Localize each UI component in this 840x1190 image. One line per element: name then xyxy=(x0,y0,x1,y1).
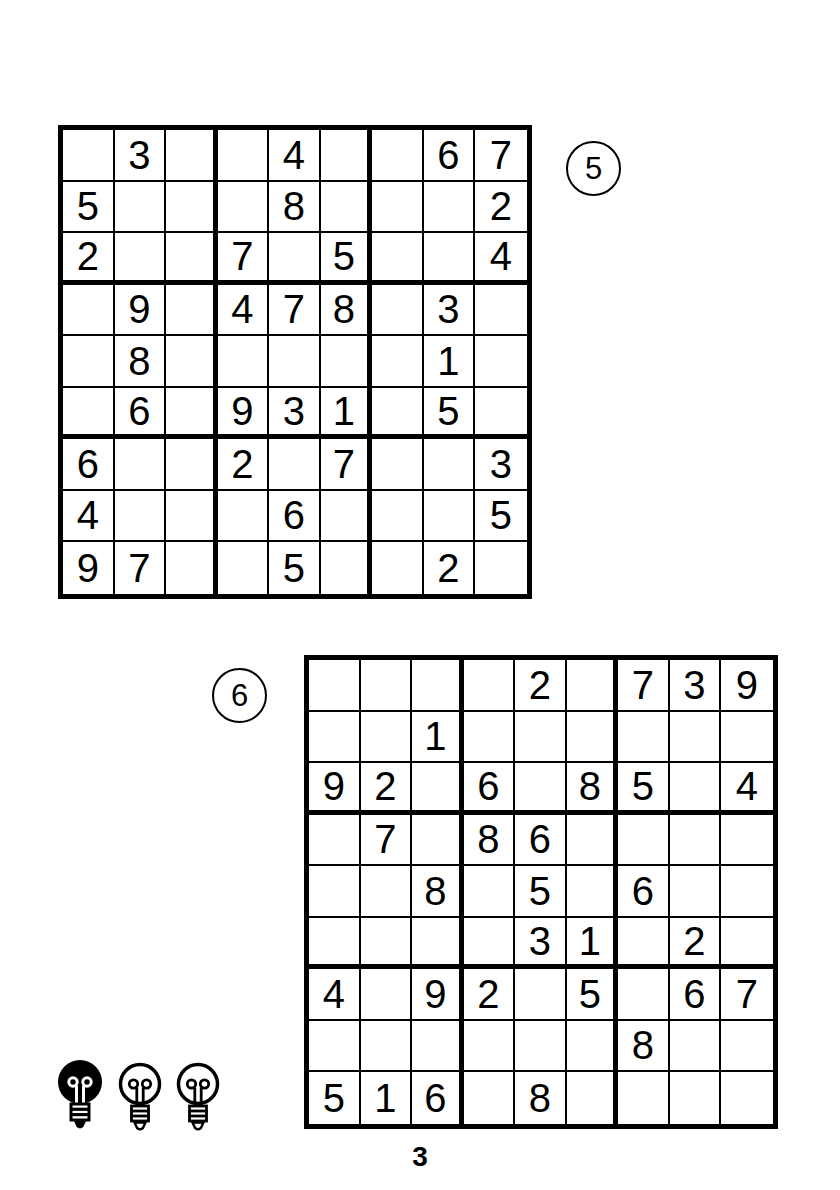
sudoku-cell-r3c3[interactable] xyxy=(166,233,218,285)
sudoku-cell-r4c9[interactable] xyxy=(721,815,773,867)
sudoku-cell-r8c1[interactable] xyxy=(309,1021,361,1073)
sudoku-cell-r5c4[interactable] xyxy=(464,866,516,918)
sudoku-cell-r5c3[interactable]: 8 xyxy=(412,866,464,918)
sudoku-cell-r1c8[interactable]: 3 xyxy=(670,660,722,712)
sudoku-cell-r7c4[interactable]: 2 xyxy=(218,439,270,491)
sudoku-cell-r9c5[interactable]: 8 xyxy=(515,1072,567,1124)
sudoku-cell-r9c7[interactable] xyxy=(618,1072,670,1124)
sudoku-cell-r8c2[interactable] xyxy=(361,1021,413,1073)
sudoku-cell-r9c9[interactable] xyxy=(721,1072,773,1124)
difficulty-rating xyxy=(55,1056,221,1132)
sudoku-cell-r7c5[interactable] xyxy=(269,439,321,491)
sudoku-cell-r4c5[interactable]: 6 xyxy=(515,815,567,867)
sudoku-cell-r7c1[interactable]: 6 xyxy=(63,439,115,491)
lightbulb-outline-icon xyxy=(117,1060,163,1132)
puzzle-number-6: 6 xyxy=(231,678,248,714)
sudoku-cell-r3c4[interactable]: 6 xyxy=(464,763,516,815)
sudoku-cell-r1c7[interactable]: 7 xyxy=(618,660,670,712)
sudoku-cell-r8c5[interactable]: 6 xyxy=(269,491,321,543)
sudoku-cell-r1c1[interactable] xyxy=(63,130,115,182)
sudoku-cell-r2c5[interactable]: 8 xyxy=(269,182,321,234)
sudoku-cell-r1c4[interactable] xyxy=(464,660,516,712)
sudoku-cell-r6c3[interactable] xyxy=(166,388,218,440)
sudoku-cell-r6c6[interactable]: 1 xyxy=(321,388,373,440)
sudoku-cell-r8c9[interactable]: 5 xyxy=(475,491,527,543)
sudoku-cell-r9c2[interactable]: 1 xyxy=(361,1072,413,1124)
sudoku-cell-r4c1[interactable] xyxy=(63,285,115,337)
sudoku-cell-r5c2[interactable]: 8 xyxy=(115,336,167,388)
sudoku-cell-r8c6[interactable] xyxy=(567,1021,619,1073)
sudoku-cell-r1c4[interactable] xyxy=(218,130,270,182)
sudoku-cell-r7c9[interactable]: 3 xyxy=(475,439,527,491)
sudoku-cell-r1c5[interactable]: 4 xyxy=(269,130,321,182)
sudoku-cell-r5c5[interactable]: 5 xyxy=(515,866,567,918)
sudoku-cell-r4c3[interactable] xyxy=(412,815,464,867)
sudoku-cell-r6c8[interactable]: 2 xyxy=(670,918,722,970)
sudoku-cell-r4c9[interactable] xyxy=(475,285,527,337)
sudoku-cell-r2c9[interactable]: 2 xyxy=(475,182,527,234)
sudoku-cell-r3c9[interactable]: 4 xyxy=(475,233,527,285)
sudoku-cell-r5c2[interactable] xyxy=(361,866,413,918)
sudoku-cell-r7c1[interactable]: 4 xyxy=(309,969,361,1021)
sudoku-cell-r8c8[interactable] xyxy=(424,491,476,543)
sudoku-cell-r9c5[interactable]: 5 xyxy=(269,542,321,594)
sudoku-cell-r7c6[interactable]: 5 xyxy=(567,969,619,1021)
sudoku-cell-r1c3[interactable] xyxy=(412,660,464,712)
puzzle-number-5: 5 xyxy=(585,151,602,187)
sudoku-cell-r9c1[interactable]: 5 xyxy=(309,1072,361,1124)
sudoku-cell-r5c7[interactable] xyxy=(372,336,424,388)
sudoku-cell-r9c2[interactable]: 7 xyxy=(115,542,167,594)
sudoku-grid-5: 3467582275494783816931562734659752 xyxy=(58,125,532,599)
sudoku-cell-r4c2[interactable]: 7 xyxy=(361,815,413,867)
sudoku-cell-r6c1[interactable] xyxy=(63,388,115,440)
sudoku-cell-r8c1[interactable]: 4 xyxy=(63,491,115,543)
sudoku-cell-r1c9[interactable]: 7 xyxy=(475,130,527,182)
sudoku-cell-r2c2[interactable] xyxy=(361,712,413,764)
sudoku-grid-6: 2739192685478685631249256785168 xyxy=(304,655,778,1129)
sudoku-cell-r1c7[interactable] xyxy=(372,130,424,182)
sudoku-cell-r1c5[interactable]: 2 xyxy=(515,660,567,712)
sudoku-cell-r4c6[interactable]: 8 xyxy=(321,285,373,337)
sudoku-cell-r6c2[interactable]: 6 xyxy=(115,388,167,440)
sudoku-cell-r6c1[interactable] xyxy=(309,918,361,970)
sudoku-cell-r2c4[interactable] xyxy=(218,182,270,234)
sudoku-cell-r7c5[interactable] xyxy=(515,969,567,1021)
sudoku-cell-r5c1[interactable] xyxy=(309,866,361,918)
sudoku-cell-r7c2[interactable] xyxy=(115,439,167,491)
sudoku-cell-r4c6[interactable] xyxy=(567,815,619,867)
sudoku-cell-r8c6[interactable] xyxy=(321,491,373,543)
sudoku-cell-r6c4[interactable] xyxy=(464,918,516,970)
sudoku-cell-r2c8[interactable] xyxy=(670,712,722,764)
sudoku-cell-r4c1[interactable] xyxy=(309,815,361,867)
sudoku-cell-r1c6[interactable] xyxy=(321,130,373,182)
sudoku-cell-r6c5[interactable]: 3 xyxy=(515,918,567,970)
sudoku-cell-r4c8[interactable] xyxy=(670,815,722,867)
sudoku-cell-r2c1[interactable] xyxy=(309,712,361,764)
sudoku-cell-r5c4[interactable] xyxy=(218,336,270,388)
sudoku-cell-r8c4[interactable] xyxy=(464,1021,516,1073)
sudoku-cell-r1c2[interactable] xyxy=(361,660,413,712)
sudoku-cell-r1c8[interactable]: 6 xyxy=(424,130,476,182)
sudoku-cell-r4c7[interactable] xyxy=(372,285,424,337)
sudoku-cell-r3c7[interactable]: 5 xyxy=(618,763,670,815)
sudoku-cell-r7c9[interactable]: 7 xyxy=(721,969,773,1021)
sudoku-cell-r4c5[interactable]: 7 xyxy=(269,285,321,337)
sudoku-cell-r3c7[interactable] xyxy=(372,233,424,285)
sudoku-cell-r5c7[interactable]: 6 xyxy=(618,866,670,918)
sudoku-cell-r5c1[interactable] xyxy=(63,336,115,388)
sudoku-cell-r1c9[interactable]: 9 xyxy=(721,660,773,712)
sudoku-cell-r3c5[interactable] xyxy=(269,233,321,285)
sudoku-cell-r8c8[interactable] xyxy=(670,1021,722,1073)
sudoku-cell-r5c6[interactable] xyxy=(321,336,373,388)
sudoku-cell-r7c7[interactable] xyxy=(372,439,424,491)
sudoku-cell-r2c3[interactable]: 1 xyxy=(412,712,464,764)
sudoku-cell-r8c7[interactable] xyxy=(372,491,424,543)
sudoku-cell-r9c9[interactable] xyxy=(475,542,527,594)
sudoku-cell-r4c8[interactable]: 3 xyxy=(424,285,476,337)
sudoku-cell-r9c4[interactable] xyxy=(464,1072,516,1124)
sudoku-cell-r7c3[interactable]: 9 xyxy=(412,969,464,1021)
sudoku-cell-r3c9[interactable]: 4 xyxy=(721,763,773,815)
sudoku-cell-r8c5[interactable] xyxy=(515,1021,567,1073)
sudoku-cell-r2c7[interactable] xyxy=(618,712,670,764)
sudoku-cell-r4c3[interactable] xyxy=(166,285,218,337)
sudoku-cell-r6c7[interactable] xyxy=(372,388,424,440)
sudoku-cell-r5c3[interactable] xyxy=(166,336,218,388)
sudoku-cell-r7c6[interactable]: 7 xyxy=(321,439,373,491)
sudoku-cell-r3c6[interactable]: 8 xyxy=(567,763,619,815)
sudoku-cell-r9c1[interactable]: 9 xyxy=(63,542,115,594)
sudoku-cell-r8c9[interactable] xyxy=(721,1021,773,1073)
sudoku-cell-r3c6[interactable]: 5 xyxy=(321,233,373,285)
sudoku-cell-r7c8[interactable]: 6 xyxy=(670,969,722,1021)
sudoku-cell-r7c8[interactable] xyxy=(424,439,476,491)
sudoku-cell-r1c1[interactable] xyxy=(309,660,361,712)
sudoku-cell-r6c6[interactable]: 1 xyxy=(567,918,619,970)
page-number: 3 xyxy=(0,1141,840,1173)
sudoku-cell-r2c4[interactable] xyxy=(464,712,516,764)
sudoku-cell-r6c7[interactable] xyxy=(618,918,670,970)
sudoku-cell-r8c7[interactable]: 8 xyxy=(618,1021,670,1073)
sudoku-cell-r3c2[interactable]: 2 xyxy=(361,763,413,815)
sudoku-cell-r3c8[interactable] xyxy=(424,233,476,285)
sudoku-cell-r4c4[interactable]: 4 xyxy=(218,285,270,337)
sudoku-cell-r8c3[interactable] xyxy=(412,1021,464,1073)
sudoku-cell-r9c7[interactable] xyxy=(372,542,424,594)
sudoku-cell-r7c7[interactable] xyxy=(618,969,670,1021)
sudoku-cell-r3c1[interactable]: 9 xyxy=(309,763,361,815)
sudoku-cell-r2c6[interactable] xyxy=(567,712,619,764)
sudoku-cell-r9c3[interactable]: 6 xyxy=(412,1072,464,1124)
sudoku-cell-r4c2[interactable]: 9 xyxy=(115,285,167,337)
lightbulb-outline-icon xyxy=(175,1060,221,1132)
sudoku-cell-r9c6[interactable] xyxy=(567,1072,619,1124)
sudoku-cell-r5c8[interactable] xyxy=(670,866,722,918)
sudoku-cell-r6c4[interactable]: 9 xyxy=(218,388,270,440)
lightbulb-filled-icon xyxy=(55,1056,105,1132)
sudoku-cell-r2c6[interactable] xyxy=(321,182,373,234)
puzzle-number-badge-6: 6 xyxy=(212,668,267,723)
sudoku-cell-r4c4[interactable]: 8 xyxy=(464,815,516,867)
puzzle-number-badge-5: 5 xyxy=(566,141,621,196)
sudoku-cell-r6c8[interactable]: 5 xyxy=(424,388,476,440)
sudoku-cell-r5c9[interactable] xyxy=(721,866,773,918)
sudoku-cell-r8c3[interactable] xyxy=(166,491,218,543)
sudoku-cell-r6c9[interactable] xyxy=(721,918,773,970)
sudoku-cell-r2c7[interactable] xyxy=(372,182,424,234)
sudoku-cell-r3c3[interactable] xyxy=(412,763,464,815)
sudoku-cell-r5c5[interactable] xyxy=(269,336,321,388)
sudoku-cell-r5c8[interactable]: 1 xyxy=(424,336,476,388)
sudoku-cell-r5c6[interactable] xyxy=(567,866,619,918)
sudoku-cell-r3c8[interactable] xyxy=(670,763,722,815)
sudoku-cell-r9c8[interactable]: 2 xyxy=(424,542,476,594)
sudoku-cell-r7c3[interactable] xyxy=(166,439,218,491)
sudoku-cell-r5c9[interactable] xyxy=(475,336,527,388)
sudoku-cell-r8c2[interactable] xyxy=(115,491,167,543)
sudoku-cell-r2c1[interactable]: 5 xyxy=(63,182,115,234)
sudoku-cell-r3c5[interactable] xyxy=(515,763,567,815)
sudoku-cell-r4c7[interactable] xyxy=(618,815,670,867)
sudoku-cell-r2c5[interactable] xyxy=(515,712,567,764)
sudoku-cell-r9c6[interactable] xyxy=(321,542,373,594)
sudoku-cell-r7c4[interactable]: 2 xyxy=(464,969,516,1021)
sudoku-cell-r8c4[interactable] xyxy=(218,491,270,543)
sudoku-cell-r1c6[interactable] xyxy=(567,660,619,712)
sudoku-cell-r3c1[interactable]: 2 xyxy=(63,233,115,285)
sudoku-cell-r2c8[interactable] xyxy=(424,182,476,234)
sudoku-cell-r2c3[interactable] xyxy=(166,182,218,234)
sudoku-cell-r9c8[interactable] xyxy=(670,1072,722,1124)
sudoku-cell-r6c9[interactable] xyxy=(475,388,527,440)
sudoku-cell-r3c4[interactable]: 7 xyxy=(218,233,270,285)
sudoku-cell-r1c2[interactable]: 3 xyxy=(115,130,167,182)
sudoku-cell-r2c9[interactable] xyxy=(721,712,773,764)
sudoku-cell-r9c4[interactable] xyxy=(218,542,270,594)
sudoku-cell-r6c5[interactable]: 3 xyxy=(269,388,321,440)
sudoku-cell-r7c2[interactable] xyxy=(361,969,413,1021)
sudoku-cell-r6c3[interactable] xyxy=(412,918,464,970)
sudoku-cell-r3c2[interactable] xyxy=(115,233,167,285)
sudoku-cell-r6c2[interactable] xyxy=(361,918,413,970)
sudoku-cell-r2c2[interactable] xyxy=(115,182,167,234)
sudoku-cell-r1c3[interactable] xyxy=(166,130,218,182)
sudoku-cell-r9c3[interactable] xyxy=(166,542,218,594)
